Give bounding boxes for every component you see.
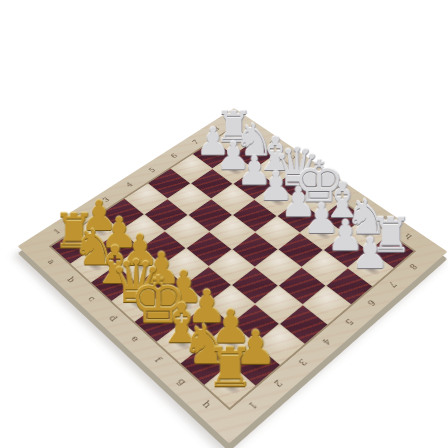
coord-label-4: 4 bbox=[124, 181, 134, 188]
coord-label-b: b bbox=[65, 275, 77, 284]
coord-label-a: a bbox=[46, 257, 57, 265]
coord-label-c: c bbox=[86, 294, 98, 303]
chess-board: aabbccddeeffgghh1122334455667788 ♜♞♝♛♚♝♞… bbox=[18, 108, 448, 443]
scene-stage: aabbccddeeffgghh1122334455667788 ♜♞♝♛♚♝♞… bbox=[0, 0, 448, 448]
coord-label-5: 5 bbox=[343, 317, 355, 327]
coord-label-d: d bbox=[107, 314, 119, 324]
coord-label-g: g bbox=[176, 376, 189, 387]
coord-label-8: 8 bbox=[407, 262, 419, 271]
coord-label-7: 7 bbox=[387, 280, 399, 289]
coord-label-6: 6 bbox=[169, 152, 179, 159]
coord-label-e: e bbox=[129, 334, 141, 344]
coord-label-f: f bbox=[153, 355, 164, 364]
coord-label-4: 4 bbox=[320, 336, 332, 346]
coord-label-1: 1 bbox=[246, 400, 259, 411]
coord-label-2: 2 bbox=[272, 378, 285, 389]
product-photo-canvas: aabbccddeeffgghh1122334455667788 ♜♞♝♛♚♝♞… bbox=[0, 0, 448, 448]
coord-label-3: 3 bbox=[296, 357, 309, 367]
coord-label-6: 6 bbox=[365, 298, 377, 307]
coord-label-5: 5 bbox=[147, 167, 157, 174]
coord-label-h: h bbox=[200, 399, 213, 410]
